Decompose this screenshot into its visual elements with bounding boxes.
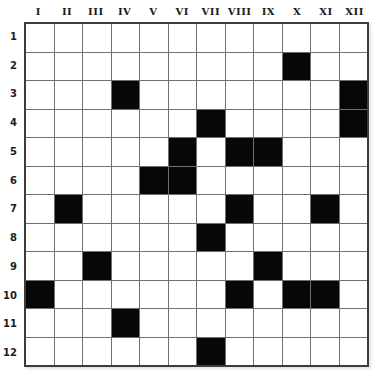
blocked-cell-r6-cVI [169, 167, 197, 195]
row-label-7: 7 [0, 195, 22, 224]
blocked-cell-r5-cVI [169, 138, 197, 166]
grid-cell-r12-cII[interactable] [55, 338, 83, 366]
blocked-cell-r12-cVII [197, 338, 225, 366]
grid-cell-r7-cVI[interactable] [169, 195, 197, 223]
grid-cell-r6-cVIII[interactable] [226, 167, 254, 195]
grid-cell-r1-cXI[interactable] [311, 24, 339, 52]
row-label-2: 2 [0, 51, 22, 80]
grid-cell-r12-cIV[interactable] [112, 338, 140, 366]
grid-cell-r1-cVII[interactable] [197, 24, 225, 52]
grid-cell-r11-cIII[interactable] [83, 309, 111, 337]
blocked-cell-r7-cII [55, 195, 83, 223]
row-label-1: 1 [0, 22, 22, 51]
blocked-cell-r4-cXII [340, 110, 368, 138]
grid-cell-r4-cVIII[interactable] [226, 110, 254, 138]
grid-cell-r11-cI[interactable] [26, 309, 54, 337]
grid-cell-r2-cIX[interactable] [254, 53, 282, 81]
grid-cell-r9-cV[interactable] [140, 252, 168, 280]
grid-cell-r1-cVI[interactable] [169, 24, 197, 52]
row-label-11: 11 [0, 310, 22, 339]
grid-cell-r10-cXII[interactable] [340, 281, 368, 309]
grid-cell-r6-cI[interactable] [26, 167, 54, 195]
grid-cell-r2-cVI[interactable] [169, 53, 197, 81]
grid-cell-r6-cIV[interactable] [112, 167, 140, 195]
blocked-cell-r11-cIV [112, 309, 140, 337]
grid-cell-r4-cIV[interactable] [112, 110, 140, 138]
grid-cell-r4-cIII[interactable] [83, 110, 111, 138]
column-label-X: X [283, 2, 312, 21]
grid-cell-r1-cVIII[interactable] [226, 24, 254, 52]
grid-cell-r5-cV[interactable] [140, 138, 168, 166]
grid-cell-r4-cI[interactable] [26, 110, 54, 138]
grid-cell-r12-cI[interactable] [26, 338, 54, 366]
column-label-V: V [139, 2, 168, 21]
grid-cell-r10-cVI[interactable] [169, 281, 197, 309]
grid-cell-r7-cI[interactable] [26, 195, 54, 223]
grid-cell-r4-cVI[interactable] [169, 110, 197, 138]
column-label-IV: IV [110, 2, 139, 21]
grid-cell-r5-cVII[interactable] [197, 138, 225, 166]
grid-cell-r2-cVII[interactable] [197, 53, 225, 81]
grid-cell-r1-cIX[interactable] [254, 24, 282, 52]
grid-cell-r11-cX[interactable] [283, 309, 311, 337]
grid-cell-r8-cXII[interactable] [340, 224, 368, 252]
row-label-3: 3 [0, 80, 22, 109]
grid-cell-r5-cIV[interactable] [112, 138, 140, 166]
blocked-cell-r9-cIII [83, 252, 111, 280]
grid-cell-r3-cX[interactable] [283, 81, 311, 109]
grid-cell-r1-cII[interactable] [55, 24, 83, 52]
blocked-cell-r7-cXI [311, 195, 339, 223]
grid-cell-r3-cVII[interactable] [197, 81, 225, 109]
row-label-12: 12 [0, 338, 22, 367]
grid-cell-r6-cX[interactable] [283, 167, 311, 195]
blocked-cell-r5-cVIII [226, 138, 254, 166]
grid-cell-r9-cXII[interactable] [340, 252, 368, 280]
grid-cell-r12-cV[interactable] [140, 338, 168, 366]
grid-cell-r11-cIX[interactable] [254, 309, 282, 337]
grid-cell-r10-cIX[interactable] [254, 281, 282, 309]
grid-cell-r3-cIII[interactable] [83, 81, 111, 109]
grid-cell-r1-cIV[interactable] [112, 24, 140, 52]
grid-cell-r9-cII[interactable] [55, 252, 83, 280]
column-label-VI: VI [168, 2, 197, 21]
blocked-cell-r10-cX [283, 281, 311, 309]
grid-cell-r3-cV[interactable] [140, 81, 168, 109]
grid-cell-r8-cIII[interactable] [83, 224, 111, 252]
grid-cell-r10-cVII[interactable] [197, 281, 225, 309]
puzzle-page: IIIIIIIVVVIVIIVIIIIXXXIXII 1234567891011… [0, 0, 384, 384]
grid-cell-r9-cVII[interactable] [197, 252, 225, 280]
grid-cell-r3-cVIII[interactable] [226, 81, 254, 109]
grid-cell-r3-cIX[interactable] [254, 81, 282, 109]
grid-cell-r8-cI[interactable] [26, 224, 54, 252]
grid-cell-r10-cII[interactable] [55, 281, 83, 309]
row-label-10: 10 [0, 281, 22, 310]
grid-cell-r11-cXII[interactable] [340, 309, 368, 337]
column-labels: IIIIIIIVVVIVIIVIIIIXXXIXII [24, 2, 369, 21]
grid-cell-r7-cIII[interactable] [83, 195, 111, 223]
blocked-cell-r3-cXII [340, 81, 368, 109]
blocked-cell-r10-cXI [311, 281, 339, 309]
grid-cell-r3-cII[interactable] [55, 81, 83, 109]
grid-cell-r1-cIII[interactable] [83, 24, 111, 52]
row-label-8: 8 [0, 223, 22, 252]
grid-cell-r6-cIII[interactable] [83, 167, 111, 195]
grid-cell-r6-cIX[interactable] [254, 167, 282, 195]
grid-cell-r10-cIV[interactable] [112, 281, 140, 309]
grid-cell-r8-cIX[interactable] [254, 224, 282, 252]
row-label-9: 9 [0, 252, 22, 281]
grid-cell-r4-cII[interactable] [55, 110, 83, 138]
grid-cell-r2-cVIII[interactable] [226, 53, 254, 81]
row-labels: 123456789101112 [0, 22, 22, 367]
column-label-II: II [53, 2, 82, 21]
blocked-cell-r7-cVIII [226, 195, 254, 223]
row-label-5: 5 [0, 137, 22, 166]
grid-cell-r9-cXI[interactable] [311, 252, 339, 280]
blocked-cell-r10-cI [26, 281, 54, 309]
grid-cell-r11-cVIII[interactable] [226, 309, 254, 337]
grid-cell-r8-cIV[interactable] [112, 224, 140, 252]
row-label-4: 4 [0, 108, 22, 137]
grid-cell-r9-cVIII[interactable] [226, 252, 254, 280]
grid-cell-r2-cXII[interactable] [340, 53, 368, 81]
blocked-cell-r10-cVIII [226, 281, 254, 309]
grid-cell-r2-cI[interactable] [26, 53, 54, 81]
row-label-6: 6 [0, 166, 22, 195]
grid-cell-r5-cI[interactable] [26, 138, 54, 166]
grid-cell-r8-cVI[interactable] [169, 224, 197, 252]
blocked-cell-r6-cV [140, 167, 168, 195]
grid-cell-r7-cV[interactable] [140, 195, 168, 223]
grid-cell-r8-cII[interactable] [55, 224, 83, 252]
grid-cell-r11-cVII[interactable] [197, 309, 225, 337]
grid-cell-r7-cXII[interactable] [340, 195, 368, 223]
grid-cell-r5-cX[interactable] [283, 138, 311, 166]
grid-cell-r3-cI[interactable] [26, 81, 54, 109]
blocked-cell-r3-cIV [112, 81, 140, 109]
grid-cell-r6-cII[interactable] [55, 167, 83, 195]
column-label-XI: XI [312, 2, 341, 21]
grid-cell-r1-cX[interactable] [283, 24, 311, 52]
blocked-cell-r8-cVII [197, 224, 225, 252]
column-label-XII: XII [340, 2, 369, 21]
grid-cell-r8-cVIII[interactable] [226, 224, 254, 252]
grid-cell-r2-cIII[interactable] [83, 53, 111, 81]
column-label-VII: VII [197, 2, 226, 21]
grid-cell-r4-cV[interactable] [140, 110, 168, 138]
grid-cell-r9-cI[interactable] [26, 252, 54, 280]
grid-cell-r7-cX[interactable] [283, 195, 311, 223]
grid-cell-r9-cVI[interactable] [169, 252, 197, 280]
grid-cell-r11-cII[interactable] [55, 309, 83, 337]
grid-cell-r10-cV[interactable] [140, 281, 168, 309]
grid-cell-r5-cII[interactable] [55, 138, 83, 166]
grid-cell-r11-cV[interactable] [140, 309, 168, 337]
grid-cell-r3-cVI[interactable] [169, 81, 197, 109]
grid-cell-r11-cVI[interactable] [169, 309, 197, 337]
grid-cell-r12-cVIII[interactable] [226, 338, 254, 366]
grid-cell-r7-cIX[interactable] [254, 195, 282, 223]
blocked-cell-r9-cIX [254, 252, 282, 280]
blocked-cell-r5-cIX [254, 138, 282, 166]
grid-cell-r6-cXII[interactable] [340, 167, 368, 195]
grid-cell-r4-cIX[interactable] [254, 110, 282, 138]
grid-cell-r12-cIX[interactable] [254, 338, 282, 366]
grid-cell-r4-cXI[interactable] [311, 110, 339, 138]
grid-cell-r6-cVII[interactable] [197, 167, 225, 195]
grid-cell-r5-cIII[interactable] [83, 138, 111, 166]
grid-cell-r5-cXI[interactable] [311, 138, 339, 166]
grid-cell-r8-cV[interactable] [140, 224, 168, 252]
grid-cell-r10-cIII[interactable] [83, 281, 111, 309]
grid-cell-r5-cXII[interactable] [340, 138, 368, 166]
grid-cell-r1-cV[interactable] [140, 24, 168, 52]
column-label-IX: IX [254, 2, 283, 21]
grid-cell-r12-cXI[interactable] [311, 338, 339, 366]
grid-cell-r6-cXI[interactable] [311, 167, 339, 195]
grid-cell-r12-cVI[interactable] [169, 338, 197, 366]
column-label-I: I [24, 2, 53, 21]
grid-cell-r12-cX[interactable] [283, 338, 311, 366]
grid-cell-r2-cII[interactable] [55, 53, 83, 81]
grid-cell-r12-cIII[interactable] [83, 338, 111, 366]
grid-cell-r7-cVII[interactable] [197, 195, 225, 223]
column-label-III: III [82, 2, 111, 21]
grid-cell-r4-cX[interactable] [283, 110, 311, 138]
blocked-cell-r4-cVII [197, 110, 225, 138]
grid-cell-r2-cIV[interactable] [112, 53, 140, 81]
puzzle-board [24, 22, 369, 367]
grid-cell-r3-cXI[interactable] [311, 81, 339, 109]
grid-cell-r1-cXII[interactable] [340, 24, 368, 52]
grid-cell-r8-cX[interactable] [283, 224, 311, 252]
grid-cell-r9-cX[interactable] [283, 252, 311, 280]
grid-cell-r11-cXI[interactable] [311, 309, 339, 337]
grid-cell-r7-cIV[interactable] [112, 195, 140, 223]
grid-cell-r8-cXI[interactable] [311, 224, 339, 252]
grid-cell-r9-cIV[interactable] [112, 252, 140, 280]
grid-cell-r12-cXII[interactable] [340, 338, 368, 366]
column-label-VIII: VIII [225, 2, 254, 21]
grid-cell-r1-cI[interactable] [26, 24, 54, 52]
blocked-cell-r2-cX [283, 53, 311, 81]
grid-cell-r2-cXI[interactable] [311, 53, 339, 81]
grid-cell-r2-cV[interactable] [140, 53, 168, 81]
